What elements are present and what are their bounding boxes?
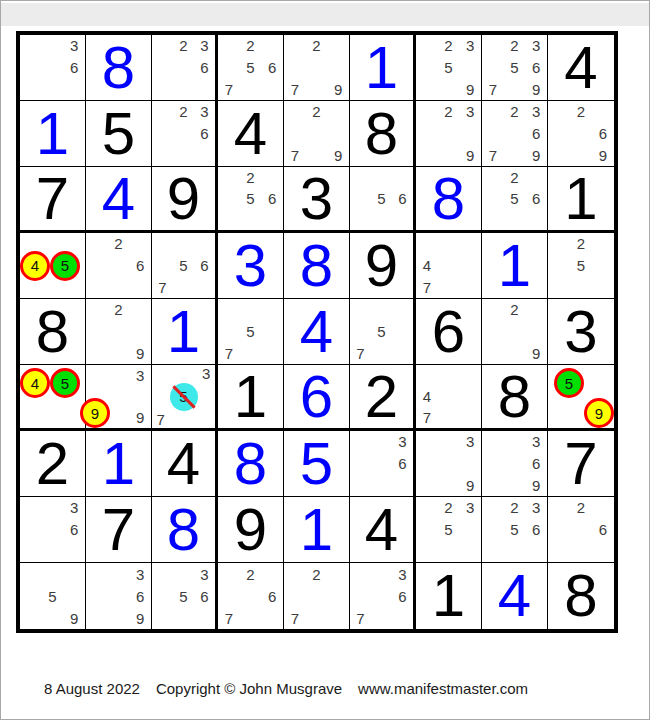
candidate-5: 5 (240, 321, 262, 343)
cell-r7c8[interactable]: 369 (482, 431, 548, 497)
cell-r6c9[interactable]: 59 (548, 365, 614, 431)
candidate-6: 6 (392, 188, 413, 209)
candidate-4: 4 (416, 255, 438, 277)
given-digit: 7 (20, 167, 85, 230)
candidate-6: 6 (592, 123, 614, 145)
cell-r2c3[interactable]: 236 (152, 101, 218, 167)
candidate-9: 9 (459, 144, 481, 166)
pencil-marks: 256 (218, 167, 283, 230)
candidate-2: 2 (504, 299, 526, 321)
cell-r5c3[interactable]: 1 (152, 299, 218, 365)
candidate-3: 3 (194, 101, 215, 123)
candidate-3: 3 (129, 563, 151, 585)
candidate-2: 2 (108, 299, 130, 321)
given-digit: 4 (218, 101, 283, 166)
pencil-marks: 26 (548, 497, 614, 562)
candidate-2: 2 (570, 233, 592, 255)
candidate-9: 9 (129, 342, 151, 364)
candidate-2: 2 (173, 35, 194, 57)
candidate-2: 2 (108, 233, 130, 255)
candidate-7: 7 (350, 607, 371, 629)
candidate-2: 2 (240, 167, 262, 188)
cell-r6c7[interactable]: 47 (416, 365, 482, 431)
candidate-2: 2 (504, 167, 526, 188)
eliminated-candidate-5: 5 (170, 383, 198, 411)
cell-r5c6[interactable]: 57 (350, 299, 416, 365)
candidate-6: 6 (261, 188, 283, 209)
highlighted-candidate-4-yellow: 4 (20, 368, 50, 398)
given-digit: 5 (86, 101, 151, 166)
candidate-6: 6 (525, 57, 547, 79)
candidate-2: 2 (570, 101, 592, 123)
pencil-marks: 459 (20, 365, 85, 428)
cell-r5c9[interactable]: 3 (548, 299, 614, 365)
candidate-2: 2 (240, 35, 262, 57)
cell-r8c2[interactable]: 7 (86, 497, 152, 563)
highlighted-candidate-4-yellow: 4 (20, 251, 50, 281)
candidate-7: 7 (152, 411, 170, 429)
solved-digit: 1 (86, 431, 151, 496)
candidate-7: 7 (284, 607, 306, 629)
cell-r8c3[interactable]: 8 (152, 497, 218, 563)
solved-digit: 3 (218, 233, 283, 298)
pencil-marks: 235679 (482, 35, 547, 100)
pencil-marks: 356 (152, 563, 215, 629)
candidate-7: 7 (416, 276, 438, 298)
cell-r2c1[interactable]: 1 (20, 101, 86, 167)
pencil-marks: 2567 (218, 35, 283, 100)
pencil-marks: 279 (284, 35, 349, 100)
cell-r3c2[interactable]: 4 (86, 167, 152, 233)
cell-r5c8[interactable]: 29 (482, 299, 548, 365)
candidate-3: 3 (525, 431, 547, 453)
candidate-4: 4 (416, 386, 438, 407)
cell-r4c6[interactable]: 9 (350, 233, 416, 299)
pencil-marks: 57 (350, 299, 413, 364)
cell-r3c8[interactable]: 256 (482, 167, 548, 233)
pencil-marks: 239 (416, 101, 481, 166)
candidate-2: 2 (504, 101, 526, 123)
pencil-marks: 29 (86, 299, 151, 364)
candidate-2: 2 (438, 35, 460, 57)
given-digit: 1 (548, 167, 614, 230)
candidate-9: 9 (525, 342, 547, 364)
pencil-marks: 26 (86, 233, 151, 298)
footer-website-link[interactable]: www.manifestmaster.com (358, 680, 528, 697)
cell-r4c3[interactable]: 567 (152, 233, 218, 299)
highlighted-candidate-5-green: 5 (554, 368, 584, 398)
cell-r3c6[interactable]: 56 (350, 167, 416, 233)
pencil-marks: 47 (416, 365, 481, 428)
cell-r7c4[interactable]: 8 (218, 431, 284, 497)
pencil-marks: 57 (218, 299, 283, 364)
candidate-6: 6 (129, 585, 151, 607)
given-digit: 7 (548, 431, 614, 496)
candidate-3: 3 (459, 35, 481, 57)
top-band (1, 3, 649, 26)
candidate-5: 5 (173, 585, 194, 607)
cell-r1c3[interactable]: 236 (152, 35, 218, 101)
candidate-9: 9 (525, 78, 547, 100)
cell-r4c4[interactable]: 3 (218, 233, 284, 299)
cell-r4c5[interactable]: 8 (284, 233, 350, 299)
candidate-7: 7 (218, 607, 240, 629)
cell-r2c2[interactable]: 5 (86, 101, 152, 167)
candidate-3: 3 (63, 35, 85, 57)
candidate-2: 2 (173, 101, 194, 123)
cell-r2c6[interactable]: 8 (350, 101, 416, 167)
given-digit: 8 (482, 365, 547, 428)
given-digit: 2 (20, 431, 85, 496)
candidate-5: 5 (240, 57, 262, 79)
solved-digit: 8 (284, 233, 349, 298)
cell-r3c4[interactable]: 256 (218, 167, 284, 233)
solved-digit: 8 (86, 35, 151, 100)
candidate-6: 6 (392, 585, 413, 607)
cell-r5c2[interactable]: 29 (86, 299, 152, 365)
highlighted-candidate-5-green: 5 (50, 251, 80, 281)
cell-r9c9[interactable]: 8 (548, 563, 614, 629)
candidate-9: 9 (525, 144, 547, 166)
cell-r9c3[interactable]: 356 (152, 563, 218, 629)
footer-copyright: Copyright © John Musgrave (156, 680, 342, 697)
solved-digit: 1 (350, 35, 413, 100)
candidate-5: 5 (438, 519, 460, 541)
candidate-5: 5 (504, 57, 526, 79)
candidate-3: 3 (459, 101, 481, 123)
candidate-7: 7 (284, 144, 306, 166)
candidate-7: 7 (416, 407, 438, 428)
candidate-5: 5 (504, 519, 526, 541)
cell-r3c5[interactable]: 3 (284, 167, 350, 233)
cell-r7c5[interactable]: 5 (284, 431, 350, 497)
pencil-marks: 47 (416, 233, 481, 298)
pencil-marks: 256 (482, 167, 547, 230)
pencil-marks: 236 (152, 35, 215, 100)
candidate-7: 7 (482, 144, 504, 166)
pencil-marks: 279 (284, 101, 349, 166)
cell-r8c5[interactable]: 1 (284, 497, 350, 563)
candidate-5: 5 (371, 188, 392, 209)
pencil-marks: 56 (350, 167, 413, 230)
cell-r5c5[interactable]: 4 (284, 299, 350, 365)
cell-r4c7[interactable]: 47 (416, 233, 482, 299)
candidate-3: 3 (63, 497, 85, 519)
pencil-marks: 45 (20, 233, 85, 298)
cell-r7c1[interactable]: 2 (20, 431, 86, 497)
candidate-9: 9 (459, 78, 481, 100)
candidate-2: 2 (504, 497, 526, 519)
pencil-marks: 27 (284, 563, 349, 629)
candidate-6: 6 (525, 519, 547, 541)
given-digit: 9 (218, 497, 283, 562)
pencil-marks: 36 (20, 497, 85, 562)
candidate-6: 6 (194, 255, 215, 277)
candidate-6: 6 (194, 57, 215, 79)
pencil-marks: 269 (548, 101, 614, 166)
candidate-5: 5 (570, 255, 592, 277)
pencil-marks: 2356 (482, 497, 547, 562)
candidate-3: 3 (194, 563, 215, 585)
footer: 8 August 2022 Copyright © John Musgrave … (44, 680, 528, 697)
candidate-6: 6 (525, 123, 547, 145)
solved-digit: 4 (284, 299, 349, 364)
pencil-marks: 59 (20, 563, 85, 629)
candidate-3: 3 (392, 431, 413, 453)
candidate-6: 6 (194, 585, 215, 607)
cell-r8c4[interactable]: 9 (218, 497, 284, 563)
candidate-9: 9 (129, 407, 151, 428)
cell-r6c4[interactable]: 1 (218, 365, 284, 431)
cell-r2c9[interactable]: 269 (548, 101, 614, 167)
cell-r1c2[interactable]: 8 (86, 35, 152, 101)
given-digit: 9 (350, 233, 413, 298)
sudoku-board: 3682362567279123592356794152364279823923… (16, 31, 618, 633)
cell-r2c7[interactable]: 239 (416, 101, 482, 167)
given-digit: 8 (20, 299, 85, 364)
solved-digit: 8 (152, 497, 215, 562)
cell-r4c9[interactable]: 25 (548, 233, 614, 299)
candidate-3: 3 (129, 365, 151, 386)
cell-r6c8[interactable]: 8 (482, 365, 548, 431)
highlighted-candidate-5-green: 5 (50, 368, 80, 398)
given-digit: 1 (416, 563, 481, 629)
pencil-marks: 357 (152, 365, 215, 428)
candidate-3: 3 (392, 563, 413, 585)
cell-r1c7[interactable]: 2359 (416, 35, 482, 101)
cell-r6c3[interactable]: 357 (152, 365, 218, 431)
pencil-marks: 367 (350, 563, 413, 629)
cell-r2c8[interactable]: 23679 (482, 101, 548, 167)
cell-r6c1[interactable]: 459 (20, 365, 86, 431)
cell-r4c1[interactable]: 45 (20, 233, 86, 299)
candidate-6: 6 (261, 57, 283, 79)
candidate-3: 3 (459, 497, 481, 519)
candidate-3: 3 (194, 35, 215, 57)
pencil-marks: 23679 (482, 101, 547, 166)
candidate-9: 9 (592, 144, 614, 166)
cell-r9c5[interactable]: 27 (284, 563, 350, 629)
sudoku-page: 3682362567279123592356794152364279823923… (0, 0, 650, 720)
candidate-2: 2 (306, 35, 328, 57)
solved-digit: 8 (218, 431, 283, 496)
candidate-6: 6 (525, 188, 547, 209)
cell-r5c7[interactable]: 6 (416, 299, 482, 365)
candidate-9: 9 (327, 144, 349, 166)
candidate-7: 7 (482, 78, 504, 100)
cell-r9c2[interactable]: 369 (86, 563, 152, 629)
solved-digit: 6 (284, 365, 349, 428)
pencil-marks: 2359 (416, 35, 481, 100)
cell-r3c7[interactable]: 8 (416, 167, 482, 233)
solved-digit: 1 (284, 497, 349, 562)
candidate-2: 2 (504, 35, 526, 57)
pencil-marks: 36 (20, 35, 85, 100)
pencil-marks: 235 (416, 497, 481, 562)
given-digit: 7 (86, 497, 151, 562)
given-digit: 9 (152, 167, 215, 230)
candidate-2: 2 (438, 101, 460, 123)
solved-digit: 1 (482, 233, 547, 298)
cell-r9c4[interactable]: 267 (218, 563, 284, 629)
pencil-marks: 567 (152, 233, 215, 298)
candidate-9: 9 (459, 474, 481, 496)
footer-date: 8 August 2022 (44, 680, 140, 697)
cell-r7c6[interactable]: 36 (350, 431, 416, 497)
pencil-marks: 39 (416, 431, 481, 496)
candidate-5: 5 (240, 188, 262, 209)
pencil-marks: 236 (152, 101, 215, 166)
cell-r5c1[interactable]: 8 (20, 299, 86, 365)
solved-digit: 1 (20, 101, 85, 166)
candidate-9: 9 (63, 607, 85, 629)
candidate-2: 2 (570, 497, 592, 519)
cell-r6c6[interactable]: 2 (350, 365, 416, 431)
highlighted-candidate-9-yellow: 9 (80, 398, 110, 428)
candidate-6: 6 (194, 123, 215, 145)
pencil-marks: 369 (482, 431, 547, 496)
candidate-6: 6 (392, 453, 413, 475)
highlighted-candidate-9-yellow: 9 (584, 398, 614, 428)
candidate-3: 3 (198, 365, 216, 383)
candidate-3: 3 (459, 431, 481, 453)
cell-r8c1[interactable]: 36 (20, 497, 86, 563)
cell-r4c2[interactable]: 26 (86, 233, 152, 299)
given-digit: 3 (284, 167, 349, 230)
solved-digit: 1 (152, 299, 215, 364)
cell-r9c1[interactable]: 59 (20, 563, 86, 629)
candidate-6: 6 (592, 519, 614, 541)
candidate-2: 2 (240, 563, 262, 585)
pencil-marks: 29 (482, 299, 547, 364)
candidate-7: 7 (284, 78, 306, 100)
cell-r9c8[interactable]: 4 (482, 563, 548, 629)
cell-r1c5[interactable]: 279 (284, 35, 350, 101)
cell-r7c2[interactable]: 1 (86, 431, 152, 497)
candidate-7: 7 (218, 78, 240, 100)
solved-digit: 8 (416, 167, 481, 230)
candidate-5: 5 (438, 57, 460, 79)
cell-r1c6[interactable]: 1 (350, 35, 416, 101)
cell-r1c1[interactable]: 36 (20, 35, 86, 101)
candidate-9: 9 (129, 607, 151, 629)
given-digit: 4 (350, 497, 413, 562)
cell-r6c5[interactable]: 6 (284, 365, 350, 431)
cell-r3c9[interactable]: 1 (548, 167, 614, 233)
pencil-marks: 267 (218, 563, 283, 629)
cell-r2c4[interactable]: 4 (218, 101, 284, 167)
given-digit: 8 (350, 101, 413, 166)
candidate-6: 6 (525, 453, 547, 475)
candidate-3: 3 (525, 497, 547, 519)
cell-r7c3[interactable]: 4 (152, 431, 218, 497)
candidate-7: 7 (218, 342, 240, 364)
given-digit: 2 (350, 365, 413, 428)
cell-r2c5[interactable]: 279 (284, 101, 350, 167)
given-digit: 8 (548, 563, 614, 629)
candidate-2: 2 (438, 497, 460, 519)
cell-r3c3[interactable]: 9 (152, 167, 218, 233)
candidate-5: 5 (371, 321, 392, 343)
cell-r1c4[interactable]: 2567 (218, 35, 284, 101)
candidate-6: 6 (63, 519, 85, 541)
candidate-5: 5 (42, 585, 64, 607)
cell-r3c1[interactable]: 7 (20, 167, 86, 233)
solved-digit: 4 (482, 563, 547, 629)
cell-r8c8[interactable]: 2356 (482, 497, 548, 563)
cell-r7c7[interactable]: 39 (416, 431, 482, 497)
cell-r4c8[interactable]: 1 (482, 233, 548, 299)
candidate-9: 9 (525, 474, 547, 496)
cell-r9c6[interactable]: 367 (350, 563, 416, 629)
given-digit: 4 (548, 35, 614, 100)
given-digit: 1 (218, 365, 283, 428)
candidate-9: 9 (327, 78, 349, 100)
candidate-5: 5 (173, 255, 194, 277)
given-digit: 4 (152, 431, 215, 496)
candidate-3: 3 (525, 101, 547, 123)
cell-r8c7[interactable]: 235 (416, 497, 482, 563)
solved-digit: 5 (284, 431, 349, 496)
candidate-2: 2 (306, 563, 328, 585)
candidate-7: 7 (350, 342, 371, 364)
cell-r5c4[interactable]: 57 (218, 299, 284, 365)
pencil-marks: 36 (350, 431, 413, 496)
cell-r7c9[interactable]: 7 (548, 431, 614, 497)
given-digit: 6 (416, 299, 481, 364)
given-digit: 3 (548, 299, 614, 364)
pencil-marks: 369 (86, 563, 151, 629)
candidate-6: 6 (129, 255, 151, 277)
cell-r8c6[interactable]: 4 (350, 497, 416, 563)
cell-r1c9[interactable]: 4 (548, 35, 614, 101)
solved-digit: 4 (86, 167, 151, 230)
cell-r1c8[interactable]: 235679 (482, 35, 548, 101)
candidate-5: 5 (504, 188, 526, 209)
candidate-3: 3 (525, 35, 547, 57)
pencil-marks: 25 (548, 233, 614, 298)
cell-r8c9[interactable]: 26 (548, 497, 614, 563)
candidate-6: 6 (261, 585, 283, 607)
cell-r9c7[interactable]: 1 (416, 563, 482, 629)
candidate-2: 2 (306, 101, 328, 123)
candidate-6: 6 (63, 57, 85, 79)
pencil-marks: 59 (548, 365, 614, 428)
candidate-7: 7 (152, 276, 173, 298)
